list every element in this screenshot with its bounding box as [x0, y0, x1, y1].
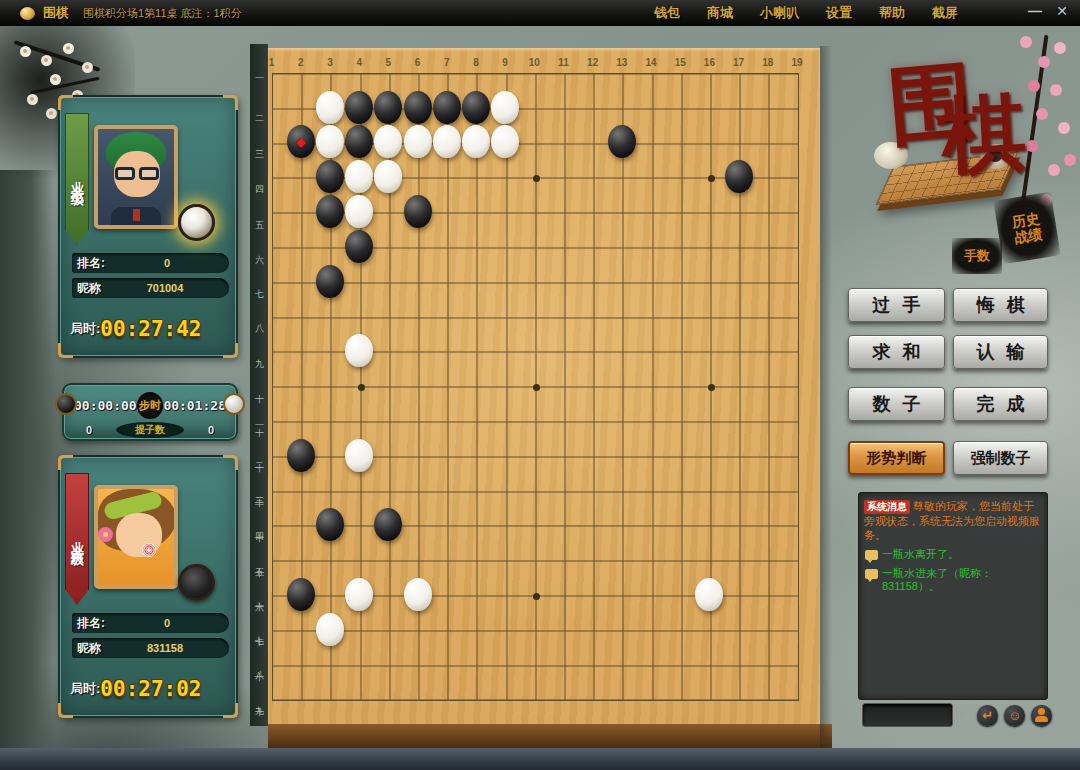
- chat-dropdown[interactable]: [862, 703, 953, 727]
- chat-messages: 一瓶水离开了。一瓶水进来了（昵称：831158）。: [864, 548, 1042, 593]
- emoticon-button[interactable]: ☺: [1004, 705, 1025, 726]
- black-stone-2-12: [287, 439, 315, 472]
- avatar: [94, 485, 178, 589]
- rank-badge: 业余六级: [65, 473, 89, 605]
- avatar: [94, 125, 178, 229]
- black-stone-4-3: [345, 125, 373, 158]
- white-stone-9-3: [491, 125, 519, 158]
- app-title: 围棋: [43, 4, 69, 22]
- black-captures: 0: [74, 424, 104, 436]
- ranking-value: 0: [105, 617, 229, 629]
- chat-message: 一瓶水离开了。: [864, 548, 1042, 561]
- action-buttons: 过手悔棋求和认输数子完成形势判断强制数子: [848, 288, 1050, 475]
- black-stone-bowl-icon: [178, 564, 215, 601]
- black-stone-6-2: [404, 91, 432, 124]
- button-求和[interactable]: 求和: [848, 335, 945, 369]
- ink-wash-decoration: [0, 170, 56, 750]
- room-info: 围棋积分场1第11桌 底注：1积分: [83, 6, 242, 21]
- black-stone-2-3: ◆: [287, 125, 315, 158]
- captures-label: 提子数: [116, 422, 184, 438]
- white-stone-6-3: [404, 125, 432, 158]
- nickname-value: 831158: [101, 642, 229, 654]
- white-stone-6-16: [404, 578, 432, 611]
- last-move-marker: ◆: [287, 125, 315, 158]
- button-完成[interactable]: 完成: [953, 387, 1048, 421]
- white-stone-icon: [223, 393, 245, 415]
- black-stone-6-5: [404, 195, 432, 228]
- game-time-label: 局时:: [70, 320, 100, 338]
- black-stone-7-2: [433, 91, 461, 124]
- player-panel-black: 业余六级 排名: 0 昵称 831158 局时: 00:27:02: [58, 455, 238, 718]
- game-time-value: 00:27:42: [100, 317, 201, 341]
- white-stone-5-3: [374, 125, 402, 158]
- white-stone-16-16: [695, 578, 723, 611]
- black-stone-5-14: [374, 508, 402, 541]
- board-surface: 12345678910111213141516171819 一二三四五六七八九十…: [268, 48, 820, 724]
- history-badge-line: 战绩: [1013, 226, 1043, 246]
- ranking-label: 排名:: [77, 615, 105, 632]
- white-captures: 0: [196, 424, 226, 436]
- button-强制数子[interactable]: 强制数子: [953, 441, 1048, 475]
- history-record-badge[interactable]: 历史战绩: [993, 192, 1060, 264]
- black-stone-5-2: [374, 91, 402, 124]
- black-stone-4-2: [345, 91, 373, 124]
- button-认输[interactable]: 认输: [953, 335, 1048, 369]
- chat-bubble-icon: [865, 550, 878, 560]
- black-stone-3-5: [316, 195, 344, 228]
- ranking-value: 0: [105, 257, 229, 269]
- title-bar: 围棋 围棋积分场1第11桌 底注：1积分 钱包商城小喇叭设置帮助截屏 — ✕: [0, 0, 1080, 26]
- white-stone-4-4: [345, 160, 373, 193]
- player-panel-white: 业余七级 排名: 0 昵称 701004 局时: 00:27:42: [58, 95, 238, 358]
- white-stone-4-16: [345, 578, 373, 611]
- white-stone-9-2: [491, 91, 519, 124]
- board-front-edge: [268, 724, 832, 748]
- white-stone-3-3: [316, 125, 344, 158]
- nickname-label: 昵称: [77, 640, 101, 657]
- nickname-row: 昵称 701004: [72, 278, 229, 298]
- coin-icon: [20, 7, 35, 20]
- chat-bubble-icon: [865, 569, 878, 579]
- logo-weiqi-char-2: 棋: [939, 76, 1029, 194]
- black-stone-4-6: [345, 230, 373, 263]
- go-board: 12345678910111213141516171819 一二三四五六七八九十…: [250, 42, 832, 750]
- move-count-badge[interactable]: 手数: [952, 238, 1002, 274]
- ranking-row: 排名: 0: [72, 613, 229, 633]
- chat-input-row: ▼ ↵ ☺: [862, 702, 1052, 728]
- button-过手[interactable]: 过手: [848, 288, 945, 322]
- nickname-value: 701004: [101, 282, 229, 294]
- menu-item-钱包[interactable]: 钱包: [654, 4, 680, 22]
- black-stone-icon: [55, 393, 77, 415]
- game-time-row: 局时: 00:27:42: [70, 317, 202, 341]
- white-stone-3-17: [316, 613, 344, 646]
- game-time-row: 局时: 00:27:02: [70, 677, 202, 701]
- minimize-button[interactable]: —: [1028, 3, 1042, 19]
- close-button[interactable]: ✕: [1056, 3, 1068, 19]
- nickname-label: 昵称: [77, 280, 101, 297]
- white-stone-5-4: [374, 160, 402, 193]
- menu-items: 钱包商城小喇叭设置帮助截屏: [654, 0, 958, 26]
- white-stone-4-5: [345, 195, 373, 228]
- black-stone-3-7: [316, 265, 344, 298]
- white-stone-3-2: [316, 91, 344, 124]
- nickname-row: 昵称 831158: [72, 638, 229, 658]
- dropdown-arrow-icon[interactable]: ▼: [953, 703, 971, 727]
- button-形势判断[interactable]: 形势判断: [848, 441, 945, 475]
- menu-item-帮助[interactable]: 帮助: [879, 4, 905, 22]
- game-time-label: 局时:: [70, 680, 100, 698]
- menu-item-设置[interactable]: 设置: [826, 4, 852, 22]
- black-stone-17-4: [725, 160, 753, 193]
- rank-badge: 业余七级: [65, 113, 89, 245]
- black-stone-3-4: [316, 160, 344, 193]
- system-badge: 系统消息: [864, 500, 910, 514]
- white-stone-8-3: [462, 125, 490, 158]
- send-button[interactable]: ↵: [977, 705, 998, 726]
- total-time: 00:00:00: [74, 398, 137, 413]
- system-message: 系统消息尊敬的玩家，您当前处于旁观状态，系统无法为您启动视频服务。: [864, 499, 1042, 542]
- white-stone-bowl-icon: [178, 204, 215, 241]
- ranking-label: 排名:: [77, 255, 105, 272]
- chat-message: 一瓶水进来了（昵称：831158）。: [864, 567, 1042, 593]
- black-stone-13-3: [608, 125, 636, 158]
- chat-log[interactable]: 系统消息尊敬的玩家，您当前处于旁观状态，系统无法为您启动视频服务。 一瓶水离开了…: [858, 492, 1048, 700]
- white-stone-4-12: [345, 439, 373, 472]
- white-stone-4-9: [345, 334, 373, 367]
- button-数子[interactable]: 数子: [848, 387, 945, 421]
- black-stone-3-14: [316, 508, 344, 541]
- person-icon: [1035, 708, 1048, 722]
- window-bottom-edge: [0, 748, 1080, 770]
- black-stone-2-16: [287, 578, 315, 611]
- menu-item-商城[interactable]: 商城: [707, 4, 733, 22]
- move-time: 00:01:28: [163, 398, 226, 413]
- ranking-row: 排名: 0: [72, 253, 229, 273]
- player-list-button[interactable]: [1031, 705, 1052, 726]
- timer-panel: 00:00:00 步时 00:01:28 0 提子数 0: [62, 383, 238, 441]
- board-shadow: [820, 46, 832, 748]
- game-time-value: 00:27:02: [100, 677, 201, 701]
- menu-item-小喇叭[interactable]: 小喇叭: [760, 4, 799, 22]
- menu-item-截屏[interactable]: 截屏: [932, 4, 958, 22]
- mode-badge: 步时: [137, 392, 164, 419]
- white-stone-7-3: [433, 125, 461, 158]
- board-grid[interactable]: ◆: [257, 55, 812, 716]
- button-悔棋[interactable]: 悔棋: [953, 288, 1048, 322]
- black-stone-8-2: [462, 91, 490, 124]
